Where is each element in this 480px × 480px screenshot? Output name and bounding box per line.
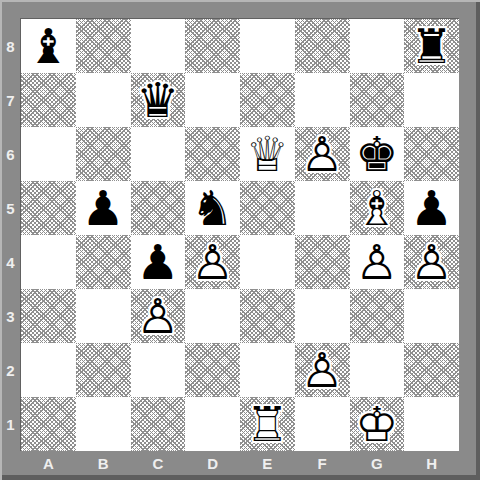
file-label-c: C — [131, 451, 186, 475]
square-f1[interactable] — [295, 397, 350, 451]
piece-white-pawn-h4[interactable]: ♟♙ — [404, 235, 459, 289]
piece-black-bishop-a8[interactable]: ♝ — [21, 19, 76, 73]
white-king-icon: ♔ — [350, 397, 405, 451]
square-a2[interactable] — [21, 343, 76, 397]
square-f3[interactable] — [295, 289, 350, 343]
square-e2[interactable] — [240, 343, 295, 397]
square-h4[interactable]: ♟♙ — [404, 235, 459, 289]
square-f5[interactable] — [295, 181, 350, 235]
rank-label-1: 1 — [0, 397, 21, 451]
piece-white-bishop-g5[interactable]: ♝♗ — [350, 181, 405, 235]
rank-label-2: 2 — [0, 343, 21, 397]
square-h6[interactable] — [404, 127, 459, 181]
square-f7[interactable] — [295, 73, 350, 127]
square-g4[interactable]: ♟♙ — [350, 235, 405, 289]
square-b4[interactable] — [76, 235, 131, 289]
file-label-f: F — [295, 451, 350, 475]
file-label-a: A — [21, 451, 76, 475]
black-pawn-icon: ♟ — [76, 181, 131, 235]
black-queen-icon: ♛ — [131, 73, 186, 127]
square-d1[interactable] — [185, 397, 240, 451]
white-queen-icon: ♕ — [240, 127, 295, 181]
square-b7[interactable] — [76, 73, 131, 127]
black-rook-icon: ♜ — [404, 19, 459, 73]
black-pawn-icon: ♟ — [131, 235, 186, 289]
piece-white-king-g1[interactable]: ♚♔ — [350, 397, 405, 451]
square-c2[interactable] — [131, 343, 186, 397]
rank-labels: 87654321 — [0, 19, 21, 451]
file-labels: ABCDEFGH — [21, 451, 459, 475]
square-c6[interactable] — [131, 127, 186, 181]
piece-black-pawn-c4[interactable]: ♟ — [131, 235, 186, 289]
white-pawn-icon: ♙ — [404, 235, 459, 289]
square-g7[interactable] — [350, 73, 405, 127]
square-b8[interactable] — [76, 19, 131, 73]
rank-label-3: 3 — [0, 289, 21, 343]
black-knight-icon: ♞ — [185, 181, 240, 235]
piece-black-pawn-b5[interactable]: ♟ — [76, 181, 131, 235]
piece-black-king-g6[interactable]: ♚ — [350, 127, 405, 181]
white-bishop-icon: ♗ — [350, 181, 405, 235]
square-g3[interactable] — [350, 289, 405, 343]
square-c4[interactable]: ♟ — [131, 235, 186, 289]
square-c3[interactable]: ♟♙ — [131, 289, 186, 343]
file-label-b: B — [76, 451, 131, 475]
black-bishop-icon: ♝ — [21, 19, 76, 73]
square-h5[interactable]: ♟ — [404, 181, 459, 235]
square-h7[interactable] — [404, 73, 459, 127]
square-h2[interactable] — [404, 343, 459, 397]
square-a5[interactable] — [21, 181, 76, 235]
square-e5[interactable] — [240, 181, 295, 235]
file-label-h: H — [404, 451, 459, 475]
rank-label-7: 7 — [0, 73, 21, 127]
square-g8[interactable] — [350, 19, 405, 73]
piece-white-pawn-f2[interactable]: ♟♙ — [295, 343, 350, 397]
square-a6[interactable] — [21, 127, 76, 181]
file-label-g: G — [350, 451, 405, 475]
piece-white-pawn-g4[interactable]: ♟♙ — [350, 235, 405, 289]
piece-white-queen-e6[interactable]: ♛♕ — [240, 127, 295, 181]
rank-label-5: 5 — [0, 181, 21, 235]
square-h8[interactable]: ♜ — [404, 19, 459, 73]
square-e7[interactable] — [240, 73, 295, 127]
piece-black-knight-d5[interactable]: ♞ — [185, 181, 240, 235]
piece-black-pawn-h5[interactable]: ♟ — [404, 181, 459, 235]
white-pawn-icon: ♙ — [295, 343, 350, 397]
square-e3[interactable] — [240, 289, 295, 343]
square-h3[interactable] — [404, 289, 459, 343]
square-e8[interactable] — [240, 19, 295, 73]
square-e4[interactable] — [240, 235, 295, 289]
square-g2[interactable] — [350, 343, 405, 397]
piece-black-rook-h8[interactable]: ♜ — [404, 19, 459, 73]
square-a8[interactable]: ♝ — [21, 19, 76, 73]
square-c5[interactable] — [131, 181, 186, 235]
rank-label-4: 4 — [0, 235, 21, 289]
white-pawn-icon: ♙ — [350, 235, 405, 289]
square-d6[interactable] — [185, 127, 240, 181]
square-f2[interactable]: ♟♙ — [295, 343, 350, 397]
square-b5[interactable]: ♟ — [76, 181, 131, 235]
square-f6[interactable]: ♟♙ — [295, 127, 350, 181]
file-label-d: D — [185, 451, 240, 475]
square-c7[interactable]: ♛ — [131, 73, 186, 127]
rank-label-8: 8 — [0, 19, 21, 73]
square-e6[interactable]: ♛♕ — [240, 127, 295, 181]
square-b2[interactable] — [76, 343, 131, 397]
square-h1[interactable] — [404, 397, 459, 451]
square-d2[interactable] — [185, 343, 240, 397]
square-d7[interactable] — [185, 73, 240, 127]
piece-black-queen-c7[interactable]: ♛ — [131, 73, 186, 127]
square-g6[interactable]: ♚ — [350, 127, 405, 181]
piece-white-pawn-d4[interactable]: ♟♙ — [185, 235, 240, 289]
square-b1[interactable] — [76, 397, 131, 451]
square-a4[interactable] — [21, 235, 76, 289]
piece-white-pawn-c3[interactable]: ♟♙ — [131, 289, 186, 343]
square-c8[interactable] — [131, 19, 186, 73]
black-pawn-icon: ♟ — [404, 181, 459, 235]
square-d4[interactable]: ♟♙ — [185, 235, 240, 289]
piece-white-rook-e1[interactable]: ♜♖ — [240, 397, 295, 451]
file-label-e: E — [240, 451, 295, 475]
square-b6[interactable] — [76, 127, 131, 181]
square-f8[interactable] — [295, 19, 350, 73]
white-rook-icon: ♖ — [240, 397, 295, 451]
square-b3[interactable] — [76, 289, 131, 343]
square-e1[interactable]: ♜♖ — [240, 397, 295, 451]
board-frame: ♝♜♛♛♕♟♙♚♟♞♝♗♟♟♟♙♟♙♟♙♟♙♟♙♜♖♚♔ 87654321 AB… — [0, 0, 480, 480]
square-d3[interactable] — [185, 289, 240, 343]
square-a1[interactable] — [21, 397, 76, 451]
square-c1[interactable] — [131, 397, 186, 451]
rank-label-6: 6 — [0, 127, 21, 181]
white-pawn-icon: ♙ — [185, 235, 240, 289]
square-f4[interactable] — [295, 235, 350, 289]
white-pawn-icon: ♙ — [295, 127, 350, 181]
square-g1[interactable]: ♚♔ — [350, 397, 405, 451]
square-a7[interactable] — [21, 73, 76, 127]
chess-board: ♝♜♛♛♕♟♙♚♟♞♝♗♟♟♟♙♟♙♟♙♟♙♟♙♜♖♚♔ — [21, 19, 459, 451]
square-a3[interactable] — [21, 289, 76, 343]
square-d5[interactable]: ♞ — [185, 181, 240, 235]
square-d8[interactable] — [185, 19, 240, 73]
square-g5[interactable]: ♝♗ — [350, 181, 405, 235]
white-pawn-icon: ♙ — [131, 289, 186, 343]
black-king-icon: ♚ — [350, 127, 405, 181]
piece-white-pawn-f6[interactable]: ♟♙ — [295, 127, 350, 181]
